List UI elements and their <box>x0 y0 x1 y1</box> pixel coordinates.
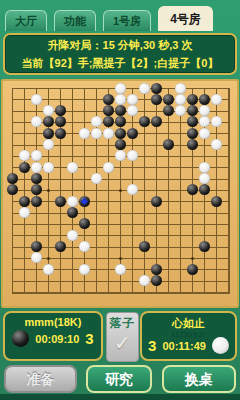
white-stone <box>79 264 90 275</box>
black-stone <box>103 116 114 127</box>
black-stone <box>187 94 198 105</box>
white-stone <box>115 83 126 94</box>
star-point <box>119 257 122 260</box>
white-stone-icon <box>212 337 229 354</box>
black-stone <box>163 105 174 116</box>
board[interactable] <box>1 79 239 308</box>
star-point <box>119 189 122 192</box>
white-stone <box>31 94 42 105</box>
black-player-panel: mmm(18K) 00:09:10 3 <box>3 311 103 361</box>
star-point <box>191 257 194 260</box>
black-stone <box>187 264 198 275</box>
check-icon: ✓ <box>107 332 138 354</box>
black-stone <box>79 218 90 229</box>
black-player-clock: 00:09:10 <box>35 333 79 345</box>
white-stone <box>115 264 126 275</box>
black-stone <box>187 184 198 195</box>
place-stone-label: 落子 <box>107 315 138 332</box>
players-row: mmm(18K) 00:09:10 3 落子 ✓ 心如止 k1236(9.2) … <box>0 311 240 361</box>
black-stone <box>103 94 114 105</box>
tab-lobby[interactable]: 大厅 <box>5 10 47 31</box>
black-player-name: mmm(18K) <box>5 316 101 328</box>
white-stone <box>19 207 30 218</box>
black-stone <box>55 196 66 207</box>
black-stone <box>187 139 198 150</box>
white-stone <box>31 252 42 263</box>
black-stone <box>31 184 42 195</box>
white-stone <box>127 150 138 161</box>
white-player-panel: 心如止 k1236(9.2) 3 00:11:49 <box>140 311 237 361</box>
white-stone <box>91 128 102 139</box>
white-stone <box>211 94 222 105</box>
black-stone <box>55 116 66 127</box>
black-stone <box>199 94 210 105</box>
white-stone <box>199 105 210 116</box>
black-stone <box>187 116 198 127</box>
go-app-window: 大厅 功能 1号房 4号房 升降对局：15 分钟,30 秒,3 次 当前【92】… <box>0 0 240 400</box>
black-player-count: 3 <box>85 330 93 347</box>
white-stone <box>43 162 54 173</box>
black-stone <box>187 105 198 116</box>
black-stone <box>55 105 66 116</box>
black-stone <box>31 173 42 184</box>
tab-functions[interactable]: 功能 <box>54 10 96 31</box>
white-stone <box>175 105 186 116</box>
black-stone <box>151 196 162 207</box>
game-info-panel: 升降对局：15 分钟,30 秒,3 次 当前【92】手;黑提子【2】;白提子【0… <box>3 33 237 75</box>
white-stone <box>127 184 138 195</box>
black-stone <box>151 116 162 127</box>
white-stone <box>175 83 186 94</box>
white-stone <box>67 196 78 207</box>
tab-room-1[interactable]: 1号房 <box>103 10 151 31</box>
white-stone <box>127 94 138 105</box>
white-stone <box>67 230 78 241</box>
black-stone-icon <box>12 330 29 347</box>
black-stone <box>187 128 198 139</box>
black-stone <box>31 196 42 207</box>
black-stone <box>19 196 30 207</box>
black-stone <box>127 128 138 139</box>
tab-room-4-active[interactable]: 4号房 <box>158 6 213 31</box>
black-stone <box>151 275 162 286</box>
black-stone <box>163 94 174 105</box>
change-table-button[interactable]: 换桌 <box>162 365 236 393</box>
black-stone <box>115 128 126 139</box>
tab-bar: 大厅 功能 1号房 4号房 <box>0 0 240 31</box>
black-stone <box>115 116 126 127</box>
white-stone <box>139 83 150 94</box>
black-stone <box>199 241 210 252</box>
white-stone <box>79 241 90 252</box>
white-stone <box>67 162 78 173</box>
black-stone <box>115 139 126 150</box>
white-stone <box>139 275 150 286</box>
white-stone <box>31 150 42 161</box>
white-stone <box>19 150 30 161</box>
black-stone <box>163 139 174 150</box>
black-stone <box>151 83 162 94</box>
white-stone <box>199 173 210 184</box>
study-button[interactable]: 研究 <box>86 365 152 393</box>
white-stone <box>115 150 126 161</box>
black-stone <box>55 241 66 252</box>
black-stone <box>43 116 54 127</box>
white-stone <box>79 128 90 139</box>
white-stone <box>91 173 102 184</box>
bottom-strip <box>0 394 240 400</box>
white-stone <box>127 105 138 116</box>
black-stone <box>19 162 30 173</box>
white-stone <box>211 116 222 127</box>
white-stone <box>43 105 54 116</box>
black-stone <box>55 128 66 139</box>
white-player-name: 心如止 <box>142 316 235 331</box>
black-stone <box>151 94 162 105</box>
ready-button[interactable]: 准备 <box>4 365 77 393</box>
black-stone <box>7 173 18 184</box>
white-stone <box>199 116 210 127</box>
white-stone <box>31 162 42 173</box>
white-stone <box>103 128 114 139</box>
place-stone-button[interactable]: 落子 ✓ <box>106 312 139 362</box>
black-stone <box>151 264 162 275</box>
white-stone <box>199 128 210 139</box>
white-stone <box>43 139 54 150</box>
black-stone <box>31 241 42 252</box>
white-stone <box>115 94 126 105</box>
black-stone <box>43 128 54 139</box>
star-point <box>47 189 50 192</box>
white-player-clock: 00:11:49 <box>162 340 205 352</box>
white-stone <box>91 116 102 127</box>
game-status-line: 当前【92】手;黑提子【2】;白提子【0】 <box>5 56 235 71</box>
game-rules-line: 升降对局：15 分钟,30 秒,3 次 <box>5 38 235 53</box>
black-stone <box>115 105 126 116</box>
black-stone <box>211 196 222 207</box>
black-stone <box>67 207 78 218</box>
white-stone <box>199 162 210 173</box>
black-stone <box>199 184 210 195</box>
black-stone <box>7 184 18 195</box>
black-stone <box>139 116 150 127</box>
white-player-count: 3 <box>148 337 156 354</box>
white-stone <box>43 264 54 275</box>
black-stone <box>139 241 150 252</box>
white-stone <box>31 116 42 127</box>
white-stone <box>211 139 222 150</box>
star-point <box>47 257 50 260</box>
white-stone <box>175 94 186 105</box>
action-buttons-row: 准备 研究 换桌 <box>0 365 240 394</box>
white-stone <box>103 162 114 173</box>
black-stone <box>103 105 114 116</box>
